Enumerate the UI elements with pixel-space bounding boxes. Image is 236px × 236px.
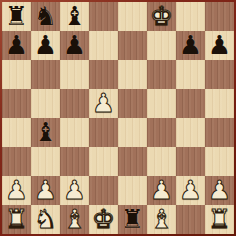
square-h4[interactable] xyxy=(205,118,234,147)
square-h3[interactable] xyxy=(205,147,234,176)
white-pawn[interactable]: ♟ xyxy=(208,176,231,205)
square-d2[interactable] xyxy=(89,176,118,205)
square-g6[interactable] xyxy=(176,60,205,89)
square-c3[interactable] xyxy=(60,147,89,176)
square-f5[interactable] xyxy=(147,89,176,118)
square-g8[interactable] xyxy=(176,2,205,31)
chess-board[interactable]: ♜♞♝♚♟♟♟♟♟♟♝♟♟♟♟♟♟♜♞♝♚♜♝♜ xyxy=(2,2,234,234)
square-a4[interactable] xyxy=(2,118,31,147)
square-f6[interactable] xyxy=(147,60,176,89)
square-d6[interactable] xyxy=(89,60,118,89)
square-e6[interactable] xyxy=(118,60,147,89)
square-g7[interactable]: ♟ xyxy=(176,31,205,60)
square-d8[interactable] xyxy=(89,2,118,31)
square-c5[interactable] xyxy=(60,89,89,118)
black-knight[interactable]: ♞ xyxy=(34,2,57,31)
white-knight[interactable]: ♞ xyxy=(34,205,57,234)
white-rook[interactable]: ♜ xyxy=(208,205,231,234)
black-rook[interactable]: ♜ xyxy=(5,2,28,31)
square-c4[interactable] xyxy=(60,118,89,147)
square-a7[interactable]: ♟ xyxy=(2,31,31,60)
square-h2[interactable]: ♟ xyxy=(205,176,234,205)
black-pawn[interactable]: ♟ xyxy=(208,31,231,60)
square-b2[interactable]: ♟ xyxy=(31,176,60,205)
square-a5[interactable] xyxy=(2,89,31,118)
square-c1[interactable]: ♝ xyxy=(60,205,89,234)
black-pawn[interactable]: ♟ xyxy=(63,31,86,60)
square-b1[interactable]: ♞ xyxy=(31,205,60,234)
white-king[interactable]: ♚ xyxy=(92,205,115,234)
white-pawn[interactable]: ♟ xyxy=(5,176,28,205)
white-king[interactable]: ♚ xyxy=(150,2,173,31)
square-b5[interactable] xyxy=(31,89,60,118)
square-a2[interactable]: ♟ xyxy=(2,176,31,205)
square-a3[interactable] xyxy=(2,147,31,176)
square-d7[interactable] xyxy=(89,31,118,60)
square-e4[interactable] xyxy=(118,118,147,147)
square-a8[interactable]: ♜ xyxy=(2,2,31,31)
square-g3[interactable] xyxy=(176,147,205,176)
black-pawn[interactable]: ♟ xyxy=(5,31,28,60)
square-d3[interactable] xyxy=(89,147,118,176)
square-f4[interactable] xyxy=(147,118,176,147)
square-e2[interactable] xyxy=(118,176,147,205)
square-f3[interactable] xyxy=(147,147,176,176)
white-rook[interactable]: ♜ xyxy=(5,205,28,234)
white-pawn[interactable]: ♟ xyxy=(179,176,202,205)
white-bishop[interactable]: ♝ xyxy=(63,205,86,234)
square-g5[interactable] xyxy=(176,89,205,118)
square-c8[interactable]: ♝ xyxy=(60,2,89,31)
white-pawn[interactable]: ♟ xyxy=(63,176,86,205)
square-e1[interactable]: ♜ xyxy=(118,205,147,234)
square-f8[interactable]: ♚ xyxy=(147,2,176,31)
square-b7[interactable]: ♟ xyxy=(31,31,60,60)
black-pawn[interactable]: ♟ xyxy=(34,31,57,60)
square-c6[interactable] xyxy=(60,60,89,89)
square-d1[interactable]: ♚ xyxy=(89,205,118,234)
square-a1[interactable]: ♜ xyxy=(2,205,31,234)
square-e7[interactable] xyxy=(118,31,147,60)
black-bishop[interactable]: ♝ xyxy=(63,2,86,31)
square-e5[interactable] xyxy=(118,89,147,118)
square-f7[interactable] xyxy=(147,31,176,60)
white-pawn[interactable]: ♟ xyxy=(150,176,173,205)
square-d4[interactable] xyxy=(89,118,118,147)
square-e3[interactable] xyxy=(118,147,147,176)
square-h6[interactable] xyxy=(205,60,234,89)
square-b8[interactable]: ♞ xyxy=(31,2,60,31)
chess-board-frame: ♜♞♝♚♟♟♟♟♟♟♝♟♟♟♟♟♟♜♞♝♚♜♝♜ xyxy=(0,0,236,236)
square-b3[interactable] xyxy=(31,147,60,176)
white-pawn[interactable]: ♟ xyxy=(92,89,115,118)
square-e8[interactable] xyxy=(118,2,147,31)
square-h7[interactable]: ♟ xyxy=(205,31,234,60)
square-c2[interactable]: ♟ xyxy=(60,176,89,205)
black-rook[interactable]: ♜ xyxy=(121,205,144,234)
square-h8[interactable] xyxy=(205,2,234,31)
black-bishop[interactable]: ♝ xyxy=(34,118,57,147)
square-b6[interactable] xyxy=(31,60,60,89)
white-pawn[interactable]: ♟ xyxy=(34,176,57,205)
square-a6[interactable] xyxy=(2,60,31,89)
square-f2[interactable]: ♟ xyxy=(147,176,176,205)
black-pawn[interactable]: ♟ xyxy=(179,31,202,60)
square-h5[interactable] xyxy=(205,89,234,118)
white-bishop[interactable]: ♝ xyxy=(150,205,173,234)
square-d5[interactable]: ♟ xyxy=(89,89,118,118)
square-g1[interactable] xyxy=(176,205,205,234)
square-g4[interactable] xyxy=(176,118,205,147)
square-f1[interactable]: ♝ xyxy=(147,205,176,234)
square-h1[interactable]: ♜ xyxy=(205,205,234,234)
square-c7[interactable]: ♟ xyxy=(60,31,89,60)
square-g2[interactable]: ♟ xyxy=(176,176,205,205)
square-b4[interactable]: ♝ xyxy=(31,118,60,147)
